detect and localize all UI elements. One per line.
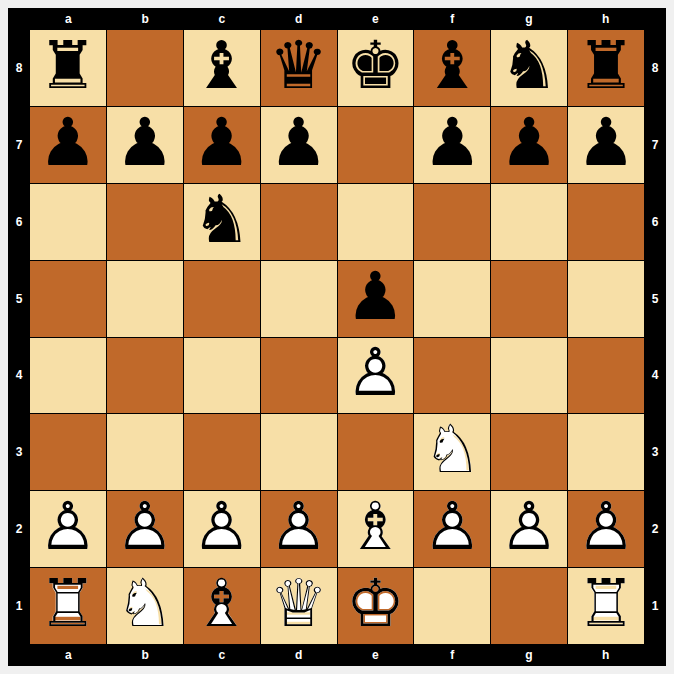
chess-board: ♜♝♛♚♝♞♜♟♟♟♟♟♟♟♞♟♟♙♞♘♟♙♟♙♟♙♟♙♝♗♟♙♟♙♟♙♜♖♞♘… xyxy=(30,30,644,644)
square-b8[interactable] xyxy=(107,30,183,106)
piece-white-rook[interactable]: ♜♖ xyxy=(568,568,644,644)
square-e8[interactable]: ♚ xyxy=(338,30,414,106)
square-g4[interactable] xyxy=(491,338,567,414)
rank-label-3: 3 xyxy=(644,414,666,491)
piece-black-pawn[interactable]: ♟ xyxy=(107,107,183,183)
file-label-b: b xyxy=(107,8,184,30)
square-c2[interactable]: ♟♙ xyxy=(184,491,260,567)
square-h3[interactable] xyxy=(568,414,644,490)
piece-black-knight[interactable]: ♞ xyxy=(491,30,567,106)
rank-label-5: 5 xyxy=(8,260,30,337)
file-label-c: c xyxy=(184,8,261,30)
white-piece-outline-glyph: ♙ xyxy=(338,338,414,414)
square-c3[interactable] xyxy=(184,414,260,490)
piece-black-pawn[interactable]: ♟ xyxy=(184,107,260,183)
piece-white-bishop[interactable]: ♝♗ xyxy=(184,568,260,644)
file-label-a: a xyxy=(30,644,107,666)
rank-label-2: 2 xyxy=(8,491,30,568)
piece-white-queen[interactable]: ♛♕ xyxy=(261,568,337,644)
rank-labels-right: 87654321 xyxy=(644,30,666,644)
square-d6[interactable] xyxy=(261,184,337,260)
white-piece-outline-glyph: ♖ xyxy=(568,568,644,644)
square-e3[interactable] xyxy=(338,414,414,490)
square-c8[interactable]: ♝ xyxy=(184,30,260,106)
rank-label-4: 4 xyxy=(8,337,30,414)
square-f5[interactable] xyxy=(414,261,490,337)
square-g5[interactable] xyxy=(491,261,567,337)
square-f3[interactable]: ♞♘ xyxy=(414,414,490,490)
piece-white-pawn[interactable]: ♟♙ xyxy=(30,491,106,567)
white-piece-outline-glyph: ♙ xyxy=(184,491,260,567)
black-piece-glyph: ♛ xyxy=(261,30,337,106)
white-piece-outline-glyph: ♙ xyxy=(568,491,644,567)
piece-black-queen[interactable]: ♛ xyxy=(261,30,337,106)
square-e2[interactable]: ♝♗ xyxy=(338,491,414,567)
rank-label-1: 1 xyxy=(644,567,666,644)
black-piece-glyph: ♟ xyxy=(338,261,414,337)
black-piece-glyph: ♟ xyxy=(30,107,106,183)
white-piece-outline-glyph: ♙ xyxy=(107,491,183,567)
piece-black-pawn[interactable]: ♟ xyxy=(491,107,567,183)
black-piece-glyph: ♜ xyxy=(568,30,644,106)
square-d4[interactable] xyxy=(261,338,337,414)
square-a2[interactable]: ♟♙ xyxy=(30,491,106,567)
square-h2[interactable]: ♟♙ xyxy=(568,491,644,567)
piece-white-rook[interactable]: ♜♖ xyxy=(30,568,106,644)
black-piece-glyph: ♟ xyxy=(107,107,183,183)
square-h4[interactable] xyxy=(568,338,644,414)
file-label-d: d xyxy=(260,644,337,666)
black-piece-glyph: ♚ xyxy=(338,30,414,106)
piece-black-pawn[interactable]: ♟ xyxy=(568,107,644,183)
white-piece-outline-glyph: ♘ xyxy=(107,568,183,644)
piece-black-rook[interactable]: ♜ xyxy=(30,30,106,106)
piece-black-king[interactable]: ♚ xyxy=(338,30,414,106)
file-label-a: a xyxy=(30,8,107,30)
square-d8[interactable]: ♛ xyxy=(261,30,337,106)
square-b6[interactable] xyxy=(107,184,183,260)
rank-label-1: 1 xyxy=(8,567,30,644)
rank-label-3: 3 xyxy=(8,414,30,491)
square-a1[interactable]: ♜♖ xyxy=(30,568,106,644)
white-piece-outline-glyph: ♖ xyxy=(30,568,106,644)
piece-white-knight[interactable]: ♞♘ xyxy=(414,414,490,490)
piece-white-pawn[interactable]: ♟♙ xyxy=(261,491,337,567)
square-d5[interactable] xyxy=(261,261,337,337)
square-b2[interactable]: ♟♙ xyxy=(107,491,183,567)
black-piece-glyph: ♞ xyxy=(184,184,260,260)
square-e4[interactable]: ♟♙ xyxy=(338,338,414,414)
square-c6[interactable]: ♞ xyxy=(184,184,260,260)
square-d1[interactable]: ♛♕ xyxy=(261,568,337,644)
black-piece-glyph: ♟ xyxy=(414,107,490,183)
rank-label-8: 8 xyxy=(8,30,30,107)
rank-label-6: 6 xyxy=(8,184,30,261)
piece-white-pawn[interactable]: ♟♙ xyxy=(568,491,644,567)
square-h8[interactable]: ♜ xyxy=(568,30,644,106)
white-piece-outline-glyph: ♙ xyxy=(414,491,490,567)
square-b4[interactable] xyxy=(107,338,183,414)
square-e6[interactable] xyxy=(338,184,414,260)
black-piece-glyph: ♟ xyxy=(184,107,260,183)
square-b3[interactable] xyxy=(107,414,183,490)
square-a3[interactable] xyxy=(30,414,106,490)
square-h5[interactable] xyxy=(568,261,644,337)
file-label-e: e xyxy=(337,8,414,30)
rank-label-2: 2 xyxy=(644,491,666,568)
white-piece-outline-glyph: ♗ xyxy=(184,568,260,644)
rank-label-6: 6 xyxy=(644,184,666,261)
rank-labels-left: 87654321 xyxy=(8,30,30,644)
rank-label-7: 7 xyxy=(8,107,30,184)
piece-white-pawn[interactable]: ♟♙ xyxy=(184,491,260,567)
square-h7[interactable]: ♟ xyxy=(568,107,644,183)
piece-black-pawn[interactable]: ♟ xyxy=(338,261,414,337)
square-e5[interactable]: ♟ xyxy=(338,261,414,337)
square-f4[interactable] xyxy=(414,338,490,414)
piece-white-knight[interactable]: ♞♘ xyxy=(107,568,183,644)
square-d7[interactable]: ♟ xyxy=(261,107,337,183)
piece-black-rook[interactable]: ♜ xyxy=(568,30,644,106)
square-g7[interactable]: ♟ xyxy=(491,107,567,183)
piece-white-king[interactable]: ♚♔ xyxy=(338,568,414,644)
piece-black-pawn[interactable]: ♟ xyxy=(261,107,337,183)
rank-label-4: 4 xyxy=(644,337,666,414)
square-g2[interactable]: ♟♙ xyxy=(491,491,567,567)
page-background: { "game": "chess", "position": { "fen": … xyxy=(0,0,674,674)
white-piece-outline-glyph: ♘ xyxy=(414,414,490,490)
square-c7[interactable]: ♟ xyxy=(184,107,260,183)
square-e7[interactable] xyxy=(338,107,414,183)
square-a6[interactable] xyxy=(30,184,106,260)
file-labels-bottom: abcdefgh xyxy=(30,644,644,666)
square-f7[interactable]: ♟ xyxy=(414,107,490,183)
piece-black-bishop[interactable]: ♝ xyxy=(414,30,490,106)
white-piece-outline-glyph: ♗ xyxy=(338,491,414,567)
square-d3[interactable] xyxy=(261,414,337,490)
white-piece-outline-glyph: ♙ xyxy=(261,491,337,567)
rank-label-8: 8 xyxy=(644,30,666,107)
square-f8[interactable]: ♝ xyxy=(414,30,490,106)
piece-black-knight[interactable]: ♞ xyxy=(184,184,260,260)
piece-white-pawn[interactable]: ♟♙ xyxy=(491,491,567,567)
square-b7[interactable]: ♟ xyxy=(107,107,183,183)
file-label-c: c xyxy=(184,644,261,666)
square-e1[interactable]: ♚♔ xyxy=(338,568,414,644)
black-piece-glyph: ♝ xyxy=(414,30,490,106)
square-d2[interactable]: ♟♙ xyxy=(261,491,337,567)
file-label-g: g xyxy=(491,8,568,30)
square-f6[interactable] xyxy=(414,184,490,260)
square-a7[interactable]: ♟ xyxy=(30,107,106,183)
piece-black-pawn[interactable]: ♟ xyxy=(414,107,490,183)
square-f2[interactable]: ♟♙ xyxy=(414,491,490,567)
piece-black-pawn[interactable]: ♟ xyxy=(30,107,106,183)
rank-label-7: 7 xyxy=(644,107,666,184)
square-g6[interactable] xyxy=(491,184,567,260)
square-c4[interactable] xyxy=(184,338,260,414)
piece-white-pawn[interactable]: ♟♙ xyxy=(338,338,414,414)
file-label-f: f xyxy=(414,8,491,30)
white-piece-outline-glyph: ♕ xyxy=(261,568,337,644)
file-label-f: f xyxy=(414,644,491,666)
file-label-g: g xyxy=(491,644,568,666)
white-piece-outline-glyph: ♔ xyxy=(338,568,414,644)
piece-white-bishop[interactable]: ♝♗ xyxy=(338,491,414,567)
black-piece-glyph: ♞ xyxy=(491,30,567,106)
square-c5[interactable] xyxy=(184,261,260,337)
square-g3[interactable] xyxy=(491,414,567,490)
black-piece-glyph: ♟ xyxy=(261,107,337,183)
square-c1[interactable]: ♝♗ xyxy=(184,568,260,644)
square-h1[interactable]: ♜♖ xyxy=(568,568,644,644)
file-label-b: b xyxy=(107,644,184,666)
file-label-d: d xyxy=(260,8,337,30)
square-a5[interactable] xyxy=(30,261,106,337)
square-a4[interactable] xyxy=(30,338,106,414)
file-labels-top: abcdefgh xyxy=(30,8,644,30)
white-piece-outline-glyph: ♙ xyxy=(30,491,106,567)
black-piece-glyph: ♟ xyxy=(491,107,567,183)
black-piece-glyph: ♝ xyxy=(184,30,260,106)
piece-white-pawn[interactable]: ♟♙ xyxy=(107,491,183,567)
file-label-e: e xyxy=(337,644,414,666)
file-label-h: h xyxy=(567,8,644,30)
rank-label-5: 5 xyxy=(644,260,666,337)
white-piece-outline-glyph: ♙ xyxy=(491,491,567,567)
file-label-h: h xyxy=(567,644,644,666)
piece-white-pawn[interactable]: ♟♙ xyxy=(414,491,490,567)
black-piece-glyph: ♜ xyxy=(30,30,106,106)
square-f1[interactable] xyxy=(414,568,490,644)
square-g1[interactable] xyxy=(491,568,567,644)
square-h6[interactable] xyxy=(568,184,644,260)
black-piece-glyph: ♟ xyxy=(568,107,644,183)
square-b5[interactable] xyxy=(107,261,183,337)
square-a8[interactable]: ♜ xyxy=(30,30,106,106)
square-g8[interactable]: ♞ xyxy=(491,30,567,106)
square-b1[interactable]: ♞♘ xyxy=(107,568,183,644)
piece-black-bishop[interactable]: ♝ xyxy=(184,30,260,106)
